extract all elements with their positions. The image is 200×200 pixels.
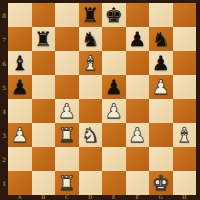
square-e2[interactable] bbox=[102, 147, 126, 171]
square-e1[interactable] bbox=[102, 171, 126, 195]
piece-black-rook[interactable]: ♜ bbox=[34, 28, 52, 51]
square-g1[interactable]: ♚ bbox=[149, 171, 173, 195]
file-label-d: D bbox=[79, 195, 103, 200]
square-f3[interactable]: ♟ bbox=[126, 123, 150, 147]
square-g6[interactable]: ♟ bbox=[149, 51, 173, 75]
square-a1[interactable] bbox=[8, 171, 32, 195]
file-label-h: H bbox=[173, 195, 197, 200]
square-h8[interactable] bbox=[173, 3, 197, 27]
piece-black-knight[interactable]: ♞ bbox=[152, 28, 170, 51]
square-f1[interactable] bbox=[126, 171, 150, 195]
square-a6[interactable]: ♝ bbox=[8, 51, 32, 75]
square-a5[interactable]: ♟ bbox=[8, 75, 32, 99]
file-label-f: F bbox=[126, 195, 150, 200]
piece-white-pawn[interactable]: ♟ bbox=[152, 76, 170, 99]
square-c7[interactable] bbox=[55, 27, 79, 51]
square-b5[interactable] bbox=[32, 75, 56, 99]
square-g4[interactable] bbox=[149, 99, 173, 123]
square-a2[interactable] bbox=[8, 147, 32, 171]
rank-label-8: 8 bbox=[0, 3, 8, 27]
square-h1[interactable] bbox=[173, 171, 197, 195]
square-h2[interactable] bbox=[173, 147, 197, 171]
piece-black-pawn[interactable]: ♟ bbox=[128, 28, 146, 51]
square-f4[interactable] bbox=[126, 99, 150, 123]
square-e5[interactable]: ♟ bbox=[102, 75, 126, 99]
rank-label-4: 4 bbox=[0, 99, 8, 123]
rank-label-1: 1 bbox=[0, 171, 8, 195]
piece-white-pawn[interactable]: ♟ bbox=[128, 124, 146, 147]
file-label-e: E bbox=[102, 195, 126, 200]
piece-white-knight[interactable]: ♞ bbox=[81, 124, 99, 147]
square-f7[interactable]: ♟ bbox=[126, 27, 150, 51]
square-b2[interactable] bbox=[32, 147, 56, 171]
square-e4[interactable]: ♟ bbox=[102, 99, 126, 123]
square-d7[interactable]: ♞ bbox=[79, 27, 103, 51]
square-c3[interactable]: ♜ bbox=[55, 123, 79, 147]
file-label-b: B bbox=[32, 195, 56, 200]
piece-black-pawn[interactable]: ♟ bbox=[105, 76, 123, 99]
square-e3[interactable] bbox=[102, 123, 126, 147]
square-h5[interactable] bbox=[173, 75, 197, 99]
square-d1[interactable] bbox=[79, 171, 103, 195]
square-d6[interactable]: ♝ bbox=[79, 51, 103, 75]
file-label-g: G bbox=[149, 195, 173, 200]
square-g3[interactable] bbox=[149, 123, 173, 147]
square-h3[interactable]: ♝ bbox=[173, 123, 197, 147]
rank-label-6: 6 bbox=[0, 51, 8, 75]
piece-black-rook[interactable]: ♜ bbox=[81, 4, 99, 27]
piece-white-pawn[interactable]: ♟ bbox=[105, 100, 123, 123]
chess-board[interactable]: ♜♚♜♞♟♞♝♝♟♟♟♟♟♟♟♜♞♟♝♜♚ bbox=[8, 3, 196, 195]
rank-label-7: 7 bbox=[0, 27, 8, 51]
file-label-c: C bbox=[55, 195, 79, 200]
file-label-a: A bbox=[8, 195, 32, 200]
square-g7[interactable]: ♞ bbox=[149, 27, 173, 51]
square-b4[interactable] bbox=[32, 99, 56, 123]
square-e8[interactable]: ♚ bbox=[102, 3, 126, 27]
square-b7[interactable]: ♜ bbox=[32, 27, 56, 51]
piece-black-pawn[interactable]: ♟ bbox=[11, 76, 29, 99]
square-b8[interactable] bbox=[32, 3, 56, 27]
rank-label-2: 2 bbox=[0, 147, 8, 171]
square-c1[interactable]: ♜ bbox=[55, 171, 79, 195]
square-h7[interactable] bbox=[173, 27, 197, 51]
square-c5[interactable] bbox=[55, 75, 79, 99]
square-d4[interactable] bbox=[79, 99, 103, 123]
square-d2[interactable] bbox=[79, 147, 103, 171]
square-e7[interactable] bbox=[102, 27, 126, 51]
square-f5[interactable] bbox=[126, 75, 150, 99]
piece-black-pawn[interactable]: ♟ bbox=[152, 52, 170, 75]
square-b1[interactable] bbox=[32, 171, 56, 195]
square-e6[interactable] bbox=[102, 51, 126, 75]
square-g2[interactable] bbox=[149, 147, 173, 171]
square-g5[interactable]: ♟ bbox=[149, 75, 173, 99]
rank-label-5: 5 bbox=[0, 75, 8, 99]
piece-white-bishop[interactable]: ♝ bbox=[175, 124, 193, 147]
square-h6[interactable] bbox=[173, 51, 197, 75]
piece-white-pawn[interactable]: ♟ bbox=[58, 100, 76, 123]
square-a4[interactable] bbox=[8, 99, 32, 123]
square-h4[interactable] bbox=[173, 99, 197, 123]
square-c2[interactable] bbox=[55, 147, 79, 171]
square-a3[interactable]: ♟ bbox=[8, 123, 32, 147]
square-c4[interactable]: ♟ bbox=[55, 99, 79, 123]
chess-app: ♜♚♜♞♟♞♝♝♟♟♟♟♟♟♟♜♞♟♝♜♚ 87654321ABCDEFGH bbox=[0, 0, 200, 200]
piece-white-rook[interactable]: ♜ bbox=[58, 124, 76, 147]
square-c8[interactable] bbox=[55, 3, 79, 27]
square-d3[interactable]: ♞ bbox=[79, 123, 103, 147]
square-f6[interactable] bbox=[126, 51, 150, 75]
piece-black-knight[interactable]: ♞ bbox=[81, 28, 99, 51]
square-d5[interactable] bbox=[79, 75, 103, 99]
square-b6[interactable] bbox=[32, 51, 56, 75]
piece-white-rook[interactable]: ♜ bbox=[58, 172, 76, 195]
square-g8[interactable] bbox=[149, 3, 173, 27]
piece-white-pawn[interactable]: ♟ bbox=[11, 124, 29, 147]
square-d8[interactable]: ♜ bbox=[79, 3, 103, 27]
square-a8[interactable] bbox=[8, 3, 32, 27]
rank-label-3: 3 bbox=[0, 123, 8, 147]
square-b3[interactable] bbox=[32, 123, 56, 147]
piece-white-bishop[interactable]: ♝ bbox=[81, 52, 99, 75]
square-c6[interactable] bbox=[55, 51, 79, 75]
piece-black-king[interactable]: ♚ bbox=[105, 4, 123, 27]
square-f2[interactable] bbox=[126, 147, 150, 171]
piece-white-king[interactable]: ♚ bbox=[152, 172, 170, 195]
square-a7[interactable] bbox=[8, 27, 32, 51]
piece-black-bishop[interactable]: ♝ bbox=[11, 52, 29, 75]
square-f8[interactable] bbox=[126, 3, 150, 27]
